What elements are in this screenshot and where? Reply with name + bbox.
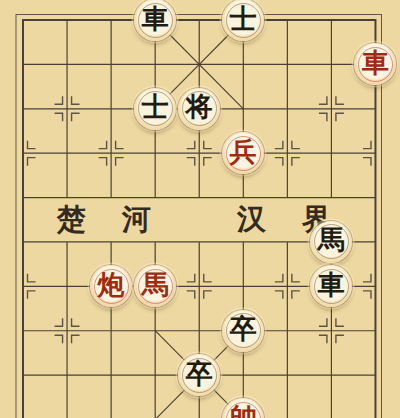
pieces-grid: 車士車士将兵馬炮馬車卒卒帥 bbox=[1, 0, 398, 418]
piece-black-advisor[interactable]: 士 bbox=[222, 0, 264, 41]
piece-black-chariot[interactable]: 車 bbox=[134, 0, 176, 41]
piece-glyph: 馬 bbox=[142, 272, 169, 299]
piece-glyph: 兵 bbox=[230, 139, 257, 166]
piece-black-general[interactable]: 将 bbox=[178, 88, 220, 130]
piece-glyph: 車 bbox=[142, 6, 169, 33]
piece-red-chariot[interactable]: 車 bbox=[354, 43, 396, 85]
piece-black-advisor[interactable]: 士 bbox=[134, 88, 176, 130]
piece-glyph: 卒 bbox=[186, 361, 213, 388]
piece-glyph: 卒 bbox=[230, 316, 257, 343]
piece-red-soldier[interactable]: 兵 bbox=[222, 132, 264, 174]
piece-glyph: 車 bbox=[362, 50, 389, 77]
piece-glyph: 士 bbox=[230, 6, 257, 33]
piece-glyph: 車 bbox=[318, 272, 345, 299]
piece-glyph: 士 bbox=[142, 94, 169, 121]
piece-black-chariot[interactable]: 車 bbox=[310, 265, 352, 307]
piece-red-cannon[interactable]: 炮 bbox=[90, 265, 132, 307]
piece-black-soldier[interactable]: 卒 bbox=[178, 354, 220, 396]
xiangqi-board: 楚河 汉界 車士車士将兵馬炮馬車卒卒帥 bbox=[0, 0, 400, 418]
piece-glyph: 馬 bbox=[318, 227, 345, 254]
piece-red-general[interactable]: 帥 bbox=[222, 398, 264, 418]
piece-black-soldier[interactable]: 卒 bbox=[222, 310, 264, 352]
piece-black-horse[interactable]: 馬 bbox=[310, 221, 352, 263]
piece-glyph: 帥 bbox=[230, 405, 257, 418]
piece-glyph: 将 bbox=[186, 94, 213, 121]
piece-red-horse[interactable]: 馬 bbox=[134, 265, 176, 307]
piece-glyph: 炮 bbox=[98, 272, 125, 299]
